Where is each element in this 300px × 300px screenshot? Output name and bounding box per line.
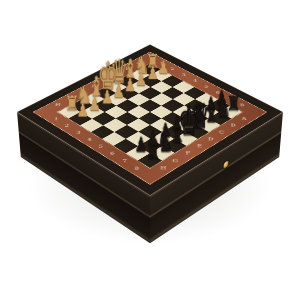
white-pawn-glyph: ♟ bbox=[147, 65, 159, 83]
board-field: ♜♞♝♚♛♝♞♜♟♟♟♟♟♟♟♟♟♟♟♟♟♟♟♟♜♞♝♚♛♝♞♜ bbox=[57, 63, 244, 169]
black-rook-glyph: ♜ bbox=[145, 141, 161, 163]
rank-label: 4 bbox=[81, 135, 97, 145]
chess-box: HGFEDCBA HGFEDCBA 12345678 12345678 ♜♞♝♚… bbox=[17, 44, 283, 195]
white-pawn-glyph: ♟ bbox=[124, 77, 136, 95]
rank-label: 8 bbox=[128, 163, 144, 174]
white-pawn-glyph: ♟ bbox=[113, 83, 125, 101]
rank-label: 1 bbox=[48, 114, 64, 123]
chess-set-photo: HGFEDCBA HGFEDCBA 12345678 12345678 ♜♞♝♚… bbox=[0, 0, 300, 300]
white-pawn-glyph: ♟ bbox=[89, 95, 101, 113]
white-pawn-glyph: ♟ bbox=[101, 89, 113, 107]
white-pawn-glyph: ♟ bbox=[77, 101, 89, 120]
file-label: C bbox=[213, 128, 231, 137]
drawer-knob-icon bbox=[223, 160, 228, 169]
square-f3 bbox=[104, 106, 127, 119]
file-label: B bbox=[224, 121, 242, 130]
file-label: D bbox=[202, 135, 220, 144]
rank-label: 3 bbox=[176, 71, 191, 79]
white-pawn-glyph: ♟ bbox=[136, 71, 148, 89]
rank-label: 5 bbox=[93, 141, 109, 151]
file-label: A bbox=[235, 115, 253, 124]
white-pawn-glyph: ♟ bbox=[158, 59, 170, 76]
